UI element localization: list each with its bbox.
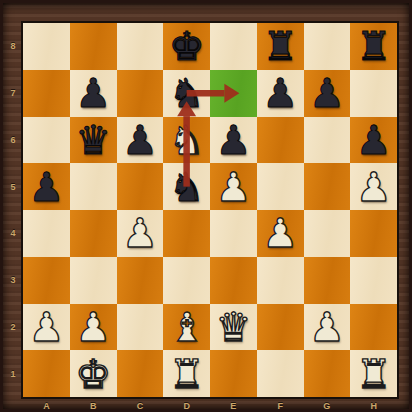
square-f7[interactable]: ♟ [257,70,304,117]
black-queen-b6[interactable]: ♛ [70,117,117,164]
square-h1[interactable]: ♜ [350,350,397,397]
square-e4[interactable] [210,210,257,257]
square-g1[interactable] [304,350,351,397]
square-b3[interactable] [70,257,117,304]
white-pawn-b2[interactable]: ♟ [70,304,117,351]
white-pawn-f4[interactable]: ♟ [257,210,304,257]
square-c5[interactable] [117,163,164,210]
file-label-d: D [163,397,210,412]
square-d5[interactable]: ♞ [163,163,210,210]
square-d6[interactable]: ♞ [163,117,210,164]
square-h8[interactable]: ♜ [350,23,397,70]
square-h5[interactable]: ♟ [350,163,397,210]
square-a5[interactable]: ♟ [23,163,70,210]
black-rook-f8[interactable]: ♜ [257,23,304,70]
square-a8[interactable] [23,23,70,70]
square-d4[interactable] [163,210,210,257]
square-a2[interactable]: ♟ [23,304,70,351]
file-label-f: F [257,397,304,412]
square-h6[interactable]: ♟ [350,117,397,164]
rank-label-3: 3 [3,257,23,304]
file-label-b: B [70,397,117,412]
square-d1[interactable]: ♜ [163,350,210,397]
square-f2[interactable] [257,304,304,351]
square-c6[interactable]: ♟ [117,117,164,164]
square-f1[interactable] [257,350,304,397]
square-f5[interactable] [257,163,304,210]
file-label-g: G [304,397,351,412]
white-pawn-h5[interactable]: ♟ [350,163,397,210]
black-pawn-b7[interactable]: ♟ [70,70,117,117]
black-pawn-c6[interactable]: ♟ [117,117,164,164]
square-d2[interactable]: ♝ [163,304,210,351]
square-a6[interactable] [23,117,70,164]
square-f4[interactable]: ♟ [257,210,304,257]
black-pawn-f7[interactable]: ♟ [257,70,304,117]
square-e6[interactable]: ♟ [210,117,257,164]
square-a4[interactable] [23,210,70,257]
square-e7[interactable] [210,70,257,117]
black-king-d8[interactable]: ♚ [163,23,210,70]
file-label-e: E [210,397,257,412]
square-e8[interactable] [210,23,257,70]
square-c8[interactable] [117,23,164,70]
square-e2[interactable]: ♛ [210,304,257,351]
rank-labels: 87654321 [3,23,23,397]
chess-board-frame: 87654321 ABCDEFGH ♜♜♚♟♛♝♟♟♟♟♟♟♞♟♟♟♞♟♛♟♟♞… [0,0,412,412]
black-pawn-a5[interactable]: ♟ [23,163,70,210]
square-g5[interactable] [304,163,351,210]
square-b7[interactable]: ♟ [70,70,117,117]
black-pawn-g7[interactable]: ♟ [304,70,351,117]
square-d8[interactable]: ♚ [163,23,210,70]
square-e5[interactable]: ♟ [210,163,257,210]
square-h3[interactable] [350,257,397,304]
white-pawn-e5[interactable]: ♟ [210,163,257,210]
square-b2[interactable]: ♟ [70,304,117,351]
square-a3[interactable] [23,257,70,304]
square-c7[interactable] [117,70,164,117]
square-h4[interactable] [350,210,397,257]
square-d7[interactable]: ♞ [163,70,210,117]
rank-label-4: 4 [3,210,23,257]
white-knight-d6[interactable]: ♞ [163,117,210,164]
white-bishop-d2[interactable]: ♝ [163,304,210,351]
black-pawn-e6[interactable]: ♟ [210,117,257,164]
square-h2[interactable] [350,304,397,351]
square-f3[interactable] [257,257,304,304]
square-b5[interactable] [70,163,117,210]
black-knight-d7[interactable]: ♞ [163,70,210,117]
square-g2[interactable]: ♟ [304,304,351,351]
square-c3[interactable] [117,257,164,304]
square-c2[interactable] [117,304,164,351]
black-pawn-h6[interactable]: ♟ [350,117,397,164]
square-e1[interactable] [210,350,257,397]
rank-label-8: 8 [3,23,23,70]
white-pawn-a2[interactable]: ♟ [23,304,70,351]
white-rook-d1[interactable]: ♜ [163,350,210,397]
square-a1[interactable] [23,350,70,397]
black-rook-h8[interactable]: ♜ [350,23,397,70]
square-g6[interactable] [304,117,351,164]
square-b4[interactable] [70,210,117,257]
white-pawn-c4[interactable]: ♟ [117,210,164,257]
square-c4[interactable]: ♟ [117,210,164,257]
rank-label-7: 7 [3,70,23,117]
square-e3[interactable] [210,257,257,304]
white-rook-h1[interactable]: ♜ [350,350,397,397]
rank-label-6: 6 [3,117,23,164]
square-b6[interactable]: ♛ [70,117,117,164]
white-king-b1[interactable]: ♚ [70,350,117,397]
square-d3[interactable] [163,257,210,304]
white-queen-e2[interactable]: ♛ [210,304,257,351]
file-label-a: A [23,397,70,412]
square-g4[interactable] [304,210,351,257]
square-h7[interactable] [350,70,397,117]
square-g7[interactable]: ♟ [304,70,351,117]
file-label-c: C [117,397,164,412]
square-f6[interactable] [257,117,304,164]
square-a7[interactable] [23,70,70,117]
square-c1[interactable] [117,350,164,397]
file-label-h: H [350,397,397,412]
rank-label-1: 1 [3,350,23,397]
square-f8[interactable]: ♜ [257,23,304,70]
square-b8[interactable] [70,23,117,70]
square-g3[interactable] [304,257,351,304]
rank-label-5: 5 [3,163,23,210]
square-g8[interactable] [304,23,351,70]
black-knight-d5[interactable]: ♞ [163,163,210,210]
square-b1[interactable]: ♚ [70,350,117,397]
chess-board[interactable]: ♜♜♚♟♛♝♟♟♟♟♟♟♞♟♟♟♞♟♛♟♟♞♟♜♜♚ [23,23,397,397]
rank-label-2: 2 [3,304,23,351]
file-labels: ABCDEFGH [23,397,397,412]
white-pawn-g2[interactable]: ♟ [304,304,351,351]
